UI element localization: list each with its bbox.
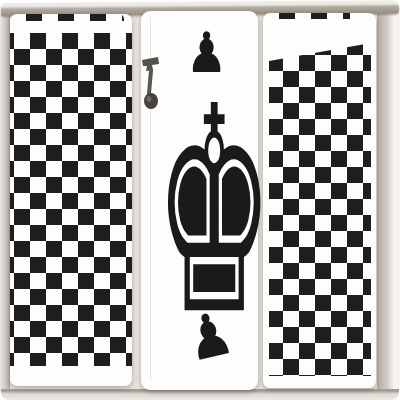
gift-box: ♟ ♚ ♟: [0, 0, 400, 400]
checkerboard-fold-sliver-left: [16, 14, 124, 21]
box-rim-bottom: [1, 389, 399, 400]
checkerboard-left: [10, 33, 132, 366]
handkerchief-left: [10, 14, 132, 386]
handkerchief-center: ♟ ♚ ♟: [141, 11, 258, 390]
checkerboard-right: [269, 37, 371, 376]
checkerboard-fold-sliver-right: [273, 13, 350, 19]
metal-clasp-icon: [136, 55, 164, 115]
box-rim-left: [0, 8, 10, 397]
product-photo: ♟ ♚ ♟: [0, 0, 400, 400]
box-rim-right: [377, 5, 400, 397]
handkerchief-right: [263, 13, 376, 388]
